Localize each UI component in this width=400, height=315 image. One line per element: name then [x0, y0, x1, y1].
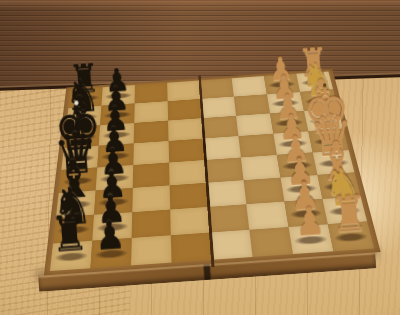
piece-shadow [274, 119, 304, 128]
square-a8: ♜ [50, 241, 92, 271]
piece-shadow [67, 133, 96, 142]
square-d1: ♛ [313, 150, 355, 175]
piece-shadow [60, 200, 92, 210]
square-a2: ♟ [289, 224, 334, 254]
square-a1: ♜ [328, 222, 374, 252]
square-d6 [133, 163, 170, 188]
square-a3 [249, 227, 293, 257]
folding-chessboard: ♜♟♟♜♞♟♟♞♝♟♟♝♚♟♟♚♛♟♟♛♝♟♟♝♞♟♟♞♜♟♟♜ [44, 69, 381, 276]
piece-shadow [328, 206, 362, 217]
square-e6 [133, 141, 169, 165]
square-f2: ♟ [270, 111, 308, 134]
square-f7: ♟ [99, 123, 134, 146]
black-rook: ♜ [68, 58, 101, 100]
board-scene: ♜♟♟♜♞♟♟♞♝♟♟♝♚♟♟♚♛♟♟♛♝♟♟♝♞♟♟♞♜♟♟♜ [46, 1, 364, 315]
piece-shadow [103, 111, 131, 119]
square-f4 [202, 116, 238, 139]
square-a5 [171, 232, 212, 262]
piece-shadow [289, 208, 323, 219]
piece-shadow [94, 248, 128, 260]
piece-shadow [102, 131, 131, 140]
square-e4 [203, 136, 240, 160]
piece-shadow [322, 181, 355, 191]
square-b1: ♞ [322, 196, 367, 224]
square-h5 [167, 81, 201, 102]
piece-shadow [72, 94, 100, 102]
piece-shadow [63, 176, 94, 186]
square-b6 [132, 210, 171, 238]
piece-shadow [313, 137, 344, 146]
piece-shadow [268, 81, 296, 89]
square-a4 [210, 230, 252, 260]
square-a7: ♟ [90, 238, 131, 268]
square-d8: ♛ [59, 168, 98, 194]
piece-shadow [278, 139, 309, 148]
square-b4 [208, 204, 249, 232]
piece-shadow [65, 154, 95, 163]
square-f3 [236, 113, 273, 136]
piece-shadow [304, 97, 333, 105]
piece-shadow [285, 184, 318, 194]
square-h1: ♜ [296, 72, 333, 92]
square-g3 [234, 94, 270, 116]
square-c2: ♟ [281, 175, 323, 202]
square-d7: ♟ [96, 165, 133, 190]
square-c8: ♝ [56, 191, 96, 218]
square-c4 [207, 180, 247, 207]
square-f1: ♝ [304, 109, 343, 132]
square-e5 [169, 139, 205, 163]
piece-shadow [70, 113, 99, 121]
square-c1: ♝ [317, 172, 360, 198]
square-g1: ♞ [300, 90, 338, 111]
square-h2: ♟ [264, 74, 300, 94]
square-g7: ♟ [100, 104, 134, 126]
square-h4 [199, 78, 233, 99]
square-c6 [132, 185, 170, 212]
piece-shadow [99, 174, 130, 184]
square-g8: ♞ [66, 106, 101, 128]
square-h8: ♜ [68, 87, 102, 108]
square-g5 [168, 99, 202, 121]
square-d4 [205, 157, 244, 182]
piece-shadow [101, 152, 131, 161]
square-g4 [201, 97, 236, 119]
piece-shadow [300, 78, 329, 86]
square-e3 [238, 134, 276, 158]
square-a6 [131, 235, 172, 265]
square-h6 [135, 83, 168, 104]
square-f8: ♝ [64, 125, 100, 148]
piece-shadow [333, 232, 368, 243]
square-b2: ♟ [284, 199, 327, 227]
square-e8: ♚ [61, 146, 98, 170]
square-b8: ♞ [53, 215, 94, 244]
square-f6 [134, 121, 169, 144]
square-h7: ♟ [101, 85, 135, 106]
square-e2: ♟ [273, 131, 312, 155]
piece-shadow [294, 234, 329, 245]
square-d3 [241, 155, 281, 180]
square-c5 [170, 183, 209, 210]
piece-shadow [98, 197, 130, 207]
square-c7: ♟ [94, 188, 133, 215]
piece-shadow [317, 158, 349, 168]
square-f5 [168, 118, 203, 141]
square-g6 [134, 101, 168, 123]
square-b5 [170, 207, 210, 235]
piece-shadow [105, 92, 133, 100]
white-rook: ♜ [297, 42, 330, 84]
piece-shadow [54, 251, 88, 263]
square-e1: ♚ [308, 129, 348, 153]
square-e7: ♟ [97, 143, 133, 167]
piece-shadow [96, 222, 129, 233]
chess-set-photo: ♜♟♟♜♞♟♟♞♝♟♟♝♚♟♟♚♛♟♟♛♝♟♟♝♞♟♟♞♜♟♟♜ [0, 0, 400, 315]
piece-shadow [57, 225, 90, 236]
square-b7: ♟ [92, 212, 132, 241]
square-d2: ♟ [277, 152, 318, 177]
square-b3 [246, 202, 288, 230]
square-h3 [232, 76, 267, 96]
square-d5 [169, 160, 207, 185]
piece-shadow [281, 161, 313, 171]
piece-shadow [271, 99, 300, 107]
square-c3 [244, 178, 285, 205]
square-g2: ♟ [267, 92, 304, 113]
piece-shadow [308, 116, 338, 125]
